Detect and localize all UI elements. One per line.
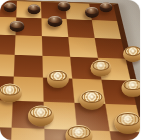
light-piece-r2c7[interactable] — [123, 46, 140, 62]
square-r2c6[interactable] — [68, 37, 98, 58]
square-r6c3[interactable] — [0, 127, 12, 140]
light-piece-r3c6[interactable] — [91, 60, 112, 77]
light-piece-r5c4[interactable] — [28, 105, 54, 126]
square-r2c4[interactable] — [15, 35, 43, 56]
square-r1c7[interactable] — [92, 20, 121, 39]
light-piece-r6c7[interactable] — [115, 112, 141, 134]
square-r1c6[interactable] — [67, 19, 95, 38]
light-piece-r5c6[interactable] — [80, 90, 105, 110]
dark-piece-r1c4[interactable] — [28, 5, 41, 15]
square-r2c5[interactable] — [42, 36, 70, 57]
dark-piece-r0c7[interactable] — [100, 3, 113, 13]
dark-piece-r2c5[interactable] — [48, 16, 63, 27]
light-piece-r4c7[interactable] — [122, 79, 141, 97]
dark-piece-r0c3[interactable] — [4, 3, 17, 13]
light-piece-r6c5[interactable] — [66, 125, 93, 140]
square-r3c3[interactable] — [0, 54, 15, 77]
checkers-app-icon — [0, 0, 140, 140]
light-piece-r4c5[interactable] — [47, 70, 69, 88]
square-r2c3[interactable] — [0, 34, 16, 55]
square-r6c4[interactable] — [10, 128, 45, 140]
square-r2c7[interactable] — [95, 38, 126, 59]
dark-piece-r2c3[interactable] — [10, 21, 25, 32]
dark-piece-r0c5[interactable] — [58, 2, 71, 12]
dark-piece-r1c6[interactable] — [85, 7, 99, 18]
square-r3c4[interactable] — [14, 55, 43, 78]
